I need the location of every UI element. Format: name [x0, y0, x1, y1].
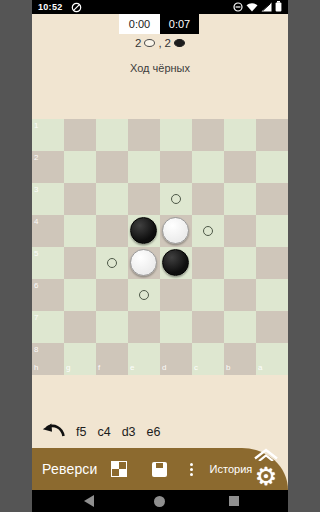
undo-icon[interactable] [42, 422, 65, 442]
signal-icon [261, 0, 272, 16]
legal-move-hint-f5[interactable] [107, 258, 117, 268]
cell-b4[interactable] [224, 215, 256, 247]
file-label-a: a [258, 364, 262, 372]
disc-black-d5 [162, 249, 189, 276]
cell-a4[interactable] [256, 215, 288, 247]
file-label-c: c [194, 364, 198, 372]
app-screen: 10:52 0:00 0:07 2 , 2 Ход чёрны [32, 0, 288, 512]
back-icon[interactable] [84, 495, 94, 507]
file-label-g: g [66, 364, 70, 372]
cell-c6[interactable] [192, 279, 224, 311]
cell-g7[interactable] [64, 311, 96, 343]
cell-e1[interactable] [128, 119, 160, 151]
legal-move-hint-e6[interactable] [139, 290, 149, 300]
cell-g2[interactable] [64, 151, 96, 183]
black-disc-icon [174, 39, 185, 47]
cell-f7[interactable] [96, 311, 128, 343]
cell-e7[interactable] [128, 311, 160, 343]
cell-b7[interactable] [224, 311, 256, 343]
cell-b5[interactable] [224, 247, 256, 279]
legal-move-hint-c4[interactable] [203, 226, 213, 236]
cell-c5[interactable] [192, 247, 224, 279]
home-icon[interactable] [154, 496, 165, 507]
cell-e2[interactable] [128, 151, 160, 183]
battery-icon [275, 0, 282, 16]
cell-f1[interactable] [96, 119, 128, 151]
disc-white-d4 [162, 217, 189, 244]
white-count: 2 [135, 37, 141, 49]
rank-label-4: 4 [34, 218, 38, 226]
wifi-icon [246, 0, 258, 16]
timer-black: 0:07 [160, 14, 199, 34]
score-separator: , [158, 37, 161, 49]
settings-expand-button[interactable]: ⚙ [246, 446, 286, 492]
cell-e3[interactable] [128, 183, 160, 215]
moves-bar: f5 c4 d3 e6 [32, 420, 288, 444]
rank-label-8: 8 [34, 346, 38, 354]
recents-icon[interactable] [229, 496, 239, 506]
cell-f8[interactable] [96, 343, 128, 375]
cell-g1[interactable] [64, 119, 96, 151]
move-option-1[interactable]: f5 [76, 425, 86, 439]
rank-label-1: 1 [34, 122, 38, 130]
rank-label-3: 3 [34, 186, 38, 194]
legal-move-hint-d3[interactable] [171, 194, 181, 204]
dnd-icon [233, 0, 243, 16]
cell-a3[interactable] [256, 183, 288, 215]
file-label-d: d [162, 364, 166, 372]
file-label-h: h [34, 364, 38, 372]
cell-b1[interactable] [224, 119, 256, 151]
rank-label-7: 7 [34, 314, 38, 322]
cell-c3[interactable] [192, 183, 224, 215]
board-icon[interactable] [111, 461, 127, 477]
move-option-2[interactable]: c4 [97, 425, 110, 439]
timer-white: 0:00 [119, 14, 160, 34]
file-label-b: b [226, 364, 230, 372]
clock: 10:52 [38, 2, 63, 12]
move-option-4[interactable]: e6 [147, 425, 161, 439]
cell-g3[interactable] [64, 183, 96, 215]
cell-c2[interactable] [192, 151, 224, 183]
overflow-menu-icon[interactable] [190, 463, 193, 476]
cell-f3[interactable] [96, 183, 128, 215]
save-icon[interactable] [152, 462, 167, 477]
disc-white-e5 [130, 249, 157, 276]
cell-f4[interactable] [96, 215, 128, 247]
rank-label-6: 6 [34, 282, 38, 290]
notification-icon [71, 2, 82, 13]
status-bar: 10:52 [32, 0, 288, 14]
cell-a2[interactable] [256, 151, 288, 183]
cell-g4[interactable] [64, 215, 96, 247]
cell-a7[interactable] [256, 311, 288, 343]
cell-a5[interactable] [256, 247, 288, 279]
cell-g5[interactable] [64, 247, 96, 279]
status-icons [233, 0, 282, 16]
disc-black-e4 [130, 217, 157, 244]
cell-g6[interactable] [64, 279, 96, 311]
rank-label-5: 5 [34, 250, 38, 258]
turn-indicator: Ход чёрных [32, 62, 288, 74]
rank-label-2: 2 [34, 154, 38, 162]
black-count: 2 [165, 37, 171, 49]
white-disc-icon [144, 39, 155, 47]
cell-a6[interactable] [256, 279, 288, 311]
cell-c7[interactable] [192, 311, 224, 343]
cell-f2[interactable] [96, 151, 128, 183]
cell-a1[interactable] [256, 119, 288, 151]
cell-d6[interactable] [160, 279, 192, 311]
board: 12345678hgfedcba [32, 119, 288, 375]
cell-b6[interactable] [224, 279, 256, 311]
app-title: Реверси [42, 461, 98, 477]
cell-f6[interactable] [96, 279, 128, 311]
cell-d1[interactable] [160, 119, 192, 151]
cell-c1[interactable] [192, 119, 224, 151]
gear-icon: ⚙ [255, 463, 277, 489]
move-option-3[interactable]: d3 [122, 425, 136, 439]
file-label-e: e [130, 364, 134, 372]
cell-b2[interactable] [224, 151, 256, 183]
score-row: 2 , 2 [32, 36, 288, 50]
file-label-f: f [98, 364, 100, 372]
cell-d7[interactable] [160, 311, 192, 343]
cell-b3[interactable] [224, 183, 256, 215]
cell-d2[interactable] [160, 151, 192, 183]
